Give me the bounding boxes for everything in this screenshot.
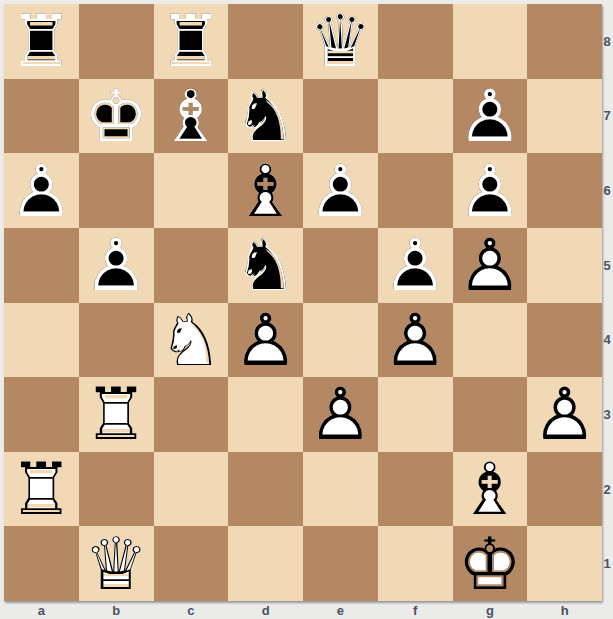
square-e2[interactable] — [303, 452, 378, 527]
square-h4[interactable] — [527, 303, 602, 378]
piece-outline-glyph: ♙ — [453, 79, 528, 154]
black-pawn[interactable]: ♟♙ — [303, 153, 378, 228]
piece-outline-glyph: ♖ — [154, 4, 229, 79]
piece-outline-glyph: ♘ — [228, 79, 303, 154]
rank-label-7: 7 — [601, 79, 613, 154]
white-knight[interactable]: ♞♘ — [154, 303, 229, 378]
square-a6[interactable]: ♟♙ — [4, 153, 79, 228]
black-rook[interactable]: ♜♖ — [4, 4, 79, 79]
square-e3[interactable]: ♟♙ — [303, 377, 378, 452]
file-label-d: d — [228, 601, 303, 619]
square-c3[interactable] — [154, 377, 229, 452]
square-c2[interactable] — [154, 452, 229, 527]
square-c7[interactable]: ♝♗ — [154, 79, 229, 154]
piece-outline-glyph: ♙ — [453, 153, 528, 228]
white-pawn[interactable]: ♟♙ — [228, 303, 303, 378]
white-rook[interactable]: ♜♖ — [4, 452, 79, 527]
square-e7[interactable] — [303, 79, 378, 154]
square-f6[interactable] — [378, 153, 453, 228]
square-a7[interactable] — [4, 79, 79, 154]
square-f2[interactable] — [378, 452, 453, 527]
white-pawn[interactable]: ♟♙ — [378, 303, 453, 378]
square-a2[interactable]: ♜♖ — [4, 452, 79, 527]
piece-outline-glyph: ♙ — [378, 303, 453, 378]
piece-outline-glyph: ♕ — [303, 4, 378, 79]
file-label-b: b — [79, 601, 154, 619]
square-e1[interactable] — [303, 526, 378, 601]
white-bishop[interactable]: ♝♗ — [228, 153, 303, 228]
rank-label-2: 2 — [601, 452, 613, 527]
square-d1[interactable] — [228, 526, 303, 601]
black-pawn[interactable]: ♟♙ — [453, 79, 528, 154]
square-c4[interactable]: ♞♘ — [154, 303, 229, 378]
piece-outline-glyph: ♙ — [228, 303, 303, 378]
square-d4[interactable]: ♟♙ — [228, 303, 303, 378]
square-b2[interactable] — [79, 452, 154, 527]
square-f5[interactable]: ♟♙ — [378, 228, 453, 303]
piece-outline-glyph: ♙ — [527, 377, 602, 452]
square-b7[interactable]: ♚♔ — [79, 79, 154, 154]
black-knight[interactable]: ♞♘ — [228, 228, 303, 303]
square-d3[interactable] — [228, 377, 303, 452]
square-b5[interactable]: ♟♙ — [79, 228, 154, 303]
black-pawn[interactable]: ♟♙ — [453, 153, 528, 228]
black-pawn[interactable]: ♟♙ — [4, 153, 79, 228]
black-rook[interactable]: ♜♖ — [154, 4, 229, 79]
piece-outline-glyph: ♘ — [228, 228, 303, 303]
black-bishop[interactable]: ♝♗ — [154, 79, 229, 154]
rank-label-5: 5 — [601, 228, 613, 303]
rank-label-6: 6 — [601, 153, 613, 228]
square-h6[interactable] — [527, 153, 602, 228]
chess-board: ♜♖♜♖♛♕♚♔♝♗♞♘♟♙♟♙♝♗♟♙♟♙♟♙♞♘♟♙♟♙♞♘♟♙♟♙♜♖♟♙… — [4, 4, 602, 601]
file-label-h: h — [527, 601, 602, 619]
square-b6[interactable] — [79, 153, 154, 228]
black-queen[interactable]: ♛♕ — [303, 4, 378, 79]
square-h7[interactable] — [527, 79, 602, 154]
square-g3[interactable] — [453, 377, 528, 452]
black-king[interactable]: ♚♔ — [79, 79, 154, 154]
rank-label-4: 4 — [601, 303, 613, 378]
square-h1[interactable] — [527, 526, 602, 601]
square-g2[interactable]: ♝♗ — [453, 452, 528, 527]
file-label-g: g — [453, 601, 528, 619]
square-f1[interactable] — [378, 526, 453, 601]
white-pawn[interactable]: ♟♙ — [303, 377, 378, 452]
square-b3[interactable]: ♜♖ — [79, 377, 154, 452]
square-f8[interactable] — [378, 4, 453, 79]
piece-outline-glyph: ♕ — [79, 526, 154, 601]
piece-outline-glyph: ♙ — [4, 153, 79, 228]
rank-labels: 87654321 — [601, 4, 613, 601]
file-label-e: e — [303, 601, 378, 619]
white-king[interactable]: ♚♔ — [453, 526, 528, 601]
square-b8[interactable] — [79, 4, 154, 79]
square-d2[interactable] — [228, 452, 303, 527]
rank-label-8: 8 — [601, 4, 613, 79]
black-pawn[interactable]: ♟♙ — [79, 228, 154, 303]
piece-outline-glyph: ♙ — [303, 153, 378, 228]
square-g8[interactable] — [453, 4, 528, 79]
square-a1[interactable] — [4, 526, 79, 601]
square-g7[interactable]: ♟♙ — [453, 79, 528, 154]
file-labels: abcdefgh — [4, 601, 602, 619]
square-a8[interactable]: ♜♖ — [4, 4, 79, 79]
square-f4[interactable]: ♟♙ — [378, 303, 453, 378]
file-label-f: f — [378, 601, 453, 619]
rank-label-3: 3 — [601, 377, 613, 452]
square-h5[interactable] — [527, 228, 602, 303]
piece-outline-glyph: ♖ — [4, 4, 79, 79]
piece-outline-glyph: ♗ — [228, 153, 303, 228]
square-a4[interactable] — [4, 303, 79, 378]
square-a3[interactable] — [4, 377, 79, 452]
square-d8[interactable] — [228, 4, 303, 79]
piece-outline-glyph: ♖ — [4, 452, 79, 527]
white-pawn[interactable]: ♟♙ — [527, 377, 602, 452]
square-h3[interactable]: ♟♙ — [527, 377, 602, 452]
piece-outline-glyph: ♗ — [154, 79, 229, 154]
square-g6[interactable]: ♟♙ — [453, 153, 528, 228]
piece-outline-glyph: ♔ — [79, 79, 154, 154]
piece-outline-glyph: ♙ — [453, 228, 528, 303]
piece-outline-glyph: ♖ — [79, 377, 154, 452]
piece-outline-glyph: ♙ — [303, 377, 378, 452]
piece-outline-glyph: ♙ — [79, 228, 154, 303]
square-b4[interactable] — [79, 303, 154, 378]
square-h8[interactable] — [527, 4, 602, 79]
square-c1[interactable] — [154, 526, 229, 601]
piece-outline-glyph: ♗ — [453, 452, 528, 527]
file-label-c: c — [154, 601, 229, 619]
black-knight[interactable]: ♞♘ — [228, 79, 303, 154]
piece-outline-glyph: ♙ — [378, 228, 453, 303]
black-pawn[interactable]: ♟♙ — [378, 228, 453, 303]
white-rook[interactable]: ♜♖ — [79, 377, 154, 452]
white-pawn[interactable]: ♟♙ — [453, 228, 528, 303]
square-f7[interactable] — [378, 79, 453, 154]
square-g5[interactable]: ♟♙ — [453, 228, 528, 303]
square-d5[interactable]: ♞♘ — [228, 228, 303, 303]
square-g1[interactable]: ♚♔ — [453, 526, 528, 601]
square-c8[interactable]: ♜♖ — [154, 4, 229, 79]
square-h2[interactable] — [527, 452, 602, 527]
square-b1[interactable]: ♛♕ — [79, 526, 154, 601]
white-queen[interactable]: ♛♕ — [79, 526, 154, 601]
square-d6[interactable]: ♝♗ — [228, 153, 303, 228]
square-a5[interactable] — [4, 228, 79, 303]
rank-label-1: 1 — [601, 526, 613, 601]
piece-outline-glyph: ♘ — [154, 303, 229, 378]
square-c6[interactable] — [154, 153, 229, 228]
square-e4[interactable] — [303, 303, 378, 378]
square-c5[interactable] — [154, 228, 229, 303]
piece-outline-glyph: ♔ — [453, 526, 528, 601]
square-g4[interactable] — [453, 303, 528, 378]
square-e8[interactable]: ♛♕ — [303, 4, 378, 79]
chess-diagram: ♜♖♜♖♛♕♚♔♝♗♞♘♟♙♟♙♝♗♟♙♟♙♟♙♞♘♟♙♟♙♞♘♟♙♟♙♜♖♟♙… — [0, 0, 613, 619]
square-e5[interactable] — [303, 228, 378, 303]
white-bishop[interactable]: ♝♗ — [453, 452, 528, 527]
square-d7[interactable]: ♞♘ — [228, 79, 303, 154]
square-f3[interactable] — [378, 377, 453, 452]
file-label-a: a — [4, 601, 79, 619]
square-e6[interactable]: ♟♙ — [303, 153, 378, 228]
